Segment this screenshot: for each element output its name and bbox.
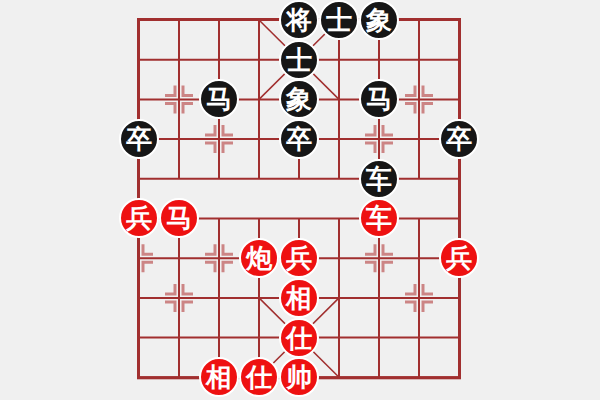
red-general[interactable]: 帅 [279, 357, 319, 397]
black-elephant-1[interactable]: 象 [359, 0, 399, 40]
black-soldier-2[interactable]: 卒 [279, 119, 319, 159]
black-horse-2[interactable]: 马 [359, 79, 399, 119]
red-horse[interactable]: 马 [159, 198, 199, 238]
red-soldier-3[interactable]: 兵 [439, 238, 479, 278]
black-general[interactable]: 将 [279, 0, 319, 40]
black-soldier-3[interactable]: 卒 [439, 119, 479, 159]
black-advisor-1[interactable]: 士 [319, 0, 359, 40]
red-cannon[interactable]: 炮 [239, 238, 279, 278]
red-soldier-2[interactable]: 兵 [279, 238, 319, 278]
red-advisor-1[interactable]: 仕 [279, 318, 319, 358]
red-elephant-1[interactable]: 相 [279, 278, 319, 318]
red-elephant-2[interactable]: 相 [199, 357, 239, 397]
red-soldier-1[interactable]: 兵 [119, 198, 159, 238]
red-advisor-2[interactable]: 仕 [239, 357, 279, 397]
black-soldier-1[interactable]: 卒 [119, 119, 159, 159]
xiangqi-board[interactable]: 将士象士马象马卒卒卒车兵马车炮兵兵相仕相仕帅 [0, 0, 600, 400]
piece-layer: 将士象士马象马卒卒卒车兵马车炮兵兵相仕相仕帅 [119, 0, 479, 397]
black-horse-1[interactable]: 马 [199, 79, 239, 119]
black-advisor-2[interactable]: 士 [279, 40, 319, 80]
black-chariot[interactable]: 车 [359, 159, 399, 199]
red-chariot[interactable]: 车 [359, 198, 399, 238]
black-elephant-2[interactable]: 象 [279, 79, 319, 119]
